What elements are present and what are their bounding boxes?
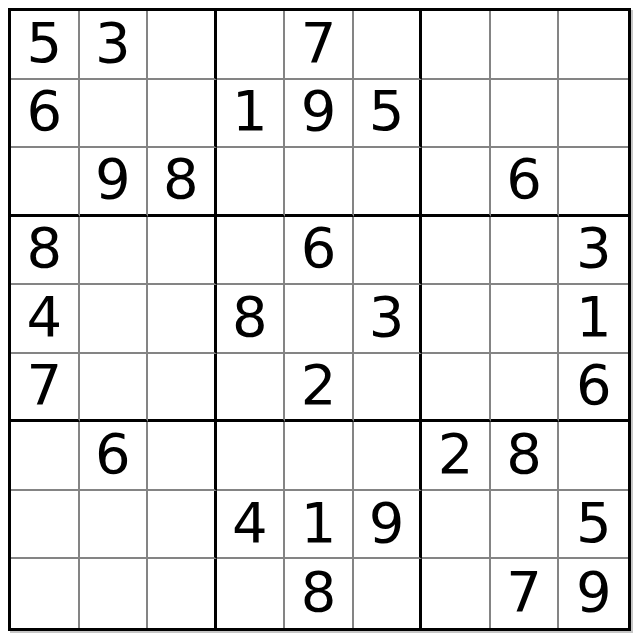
cell-r6c1-given-7[interactable]: 7 [11,354,80,423]
cell-r3c9-empty[interactable] [559,148,628,217]
cell-r1c5-given-7[interactable]: 7 [285,11,354,80]
cell-r8c4-given-4[interactable]: 4 [217,491,286,560]
cell-r2c8-empty[interactable] [491,80,560,149]
cell-r9c7-empty[interactable] [422,559,491,628]
cell-r4c4-empty[interactable] [217,217,286,286]
cell-r8c3-empty[interactable] [148,491,217,560]
cell-r1c7-empty[interactable] [422,11,491,80]
cell-r7c7-given-2[interactable]: 2 [422,422,491,491]
cell-r1c1-given-5[interactable]: 5 [11,11,80,80]
cell-r5c1-given-4[interactable]: 4 [11,285,80,354]
cell-r4c8-empty[interactable] [491,217,560,286]
sudoku-grid: 537619598686348317266284195879 [11,11,628,628]
cell-r9c4-empty[interactable] [217,559,286,628]
cell-r1c2-given-3[interactable]: 3 [80,11,149,80]
cell-r1c8-empty[interactable] [491,11,560,80]
cell-r1c3-empty[interactable] [148,11,217,80]
cell-r9c8-given-7[interactable]: 7 [491,559,560,628]
cell-r1c6-empty[interactable] [354,11,423,80]
cell-r3c6-empty[interactable] [354,148,423,217]
cell-r6c3-empty[interactable] [148,354,217,423]
cell-r3c8-given-6[interactable]: 6 [491,148,560,217]
cell-r4c1-given-8[interactable]: 8 [11,217,80,286]
cell-r9c6-empty[interactable] [354,559,423,628]
cell-r6c5-given-2[interactable]: 2 [285,354,354,423]
cell-r5c9-given-1[interactable]: 1 [559,285,628,354]
cell-r8c8-empty[interactable] [491,491,560,560]
sudoku-board: 537619598686348317266284195879 [8,8,631,631]
cell-r6c6-empty[interactable] [354,354,423,423]
cell-r2c3-empty[interactable] [148,80,217,149]
cell-r5c7-empty[interactable] [422,285,491,354]
cell-r5c5-empty[interactable] [285,285,354,354]
cell-r2c1-given-6[interactable]: 6 [11,80,80,149]
cell-r7c4-empty[interactable] [217,422,286,491]
cell-r9c2-empty[interactable] [80,559,149,628]
cell-r8c2-empty[interactable] [80,491,149,560]
cell-r4c5-given-6[interactable]: 6 [285,217,354,286]
cell-r5c6-given-3[interactable]: 3 [354,285,423,354]
cell-r5c8-empty[interactable] [491,285,560,354]
cell-r7c5-empty[interactable] [285,422,354,491]
cell-r7c2-given-6[interactable]: 6 [80,422,149,491]
cell-r6c7-empty[interactable] [422,354,491,423]
cell-r6c9-given-6[interactable]: 6 [559,354,628,423]
cell-r4c3-empty[interactable] [148,217,217,286]
cell-r8c1-empty[interactable] [11,491,80,560]
cell-r4c6-empty[interactable] [354,217,423,286]
cell-r3c3-given-8[interactable]: 8 [148,148,217,217]
cell-r4c9-given-3[interactable]: 3 [559,217,628,286]
cell-r4c2-empty[interactable] [80,217,149,286]
cell-r7c6-empty[interactable] [354,422,423,491]
cell-r7c3-empty[interactable] [148,422,217,491]
cell-r5c3-empty[interactable] [148,285,217,354]
cell-r5c2-empty[interactable] [80,285,149,354]
cell-r2c6-given-5[interactable]: 5 [354,80,423,149]
cell-r3c2-given-9[interactable]: 9 [80,148,149,217]
cell-r3c7-empty[interactable] [422,148,491,217]
cell-r6c2-empty[interactable] [80,354,149,423]
cell-r3c4-empty[interactable] [217,148,286,217]
cell-r3c1-empty[interactable] [11,148,80,217]
cell-r2c9-empty[interactable] [559,80,628,149]
cell-r8c9-given-5[interactable]: 5 [559,491,628,560]
cell-r8c5-given-1[interactable]: 1 [285,491,354,560]
cell-r7c9-empty[interactable] [559,422,628,491]
cell-r2c4-given-1[interactable]: 1 [217,80,286,149]
cell-r9c5-given-8[interactable]: 8 [285,559,354,628]
cell-r2c2-empty[interactable] [80,80,149,149]
cell-r7c8-given-8[interactable]: 8 [491,422,560,491]
cell-r2c5-given-9[interactable]: 9 [285,80,354,149]
cell-r4c7-empty[interactable] [422,217,491,286]
cell-r1c4-empty[interactable] [217,11,286,80]
cell-r1c9-empty[interactable] [559,11,628,80]
cell-r3c5-empty[interactable] [285,148,354,217]
cell-r8c6-given-9[interactable]: 9 [354,491,423,560]
cell-r9c3-empty[interactable] [148,559,217,628]
cell-r7c1-empty[interactable] [11,422,80,491]
cell-r8c7-empty[interactable] [422,491,491,560]
cell-r6c8-empty[interactable] [491,354,560,423]
cell-r2c7-empty[interactable] [422,80,491,149]
cell-r5c4-given-8[interactable]: 8 [217,285,286,354]
cell-r9c1-empty[interactable] [11,559,80,628]
cell-r6c4-empty[interactable] [217,354,286,423]
cell-r9c9-given-9[interactable]: 9 [559,559,628,628]
